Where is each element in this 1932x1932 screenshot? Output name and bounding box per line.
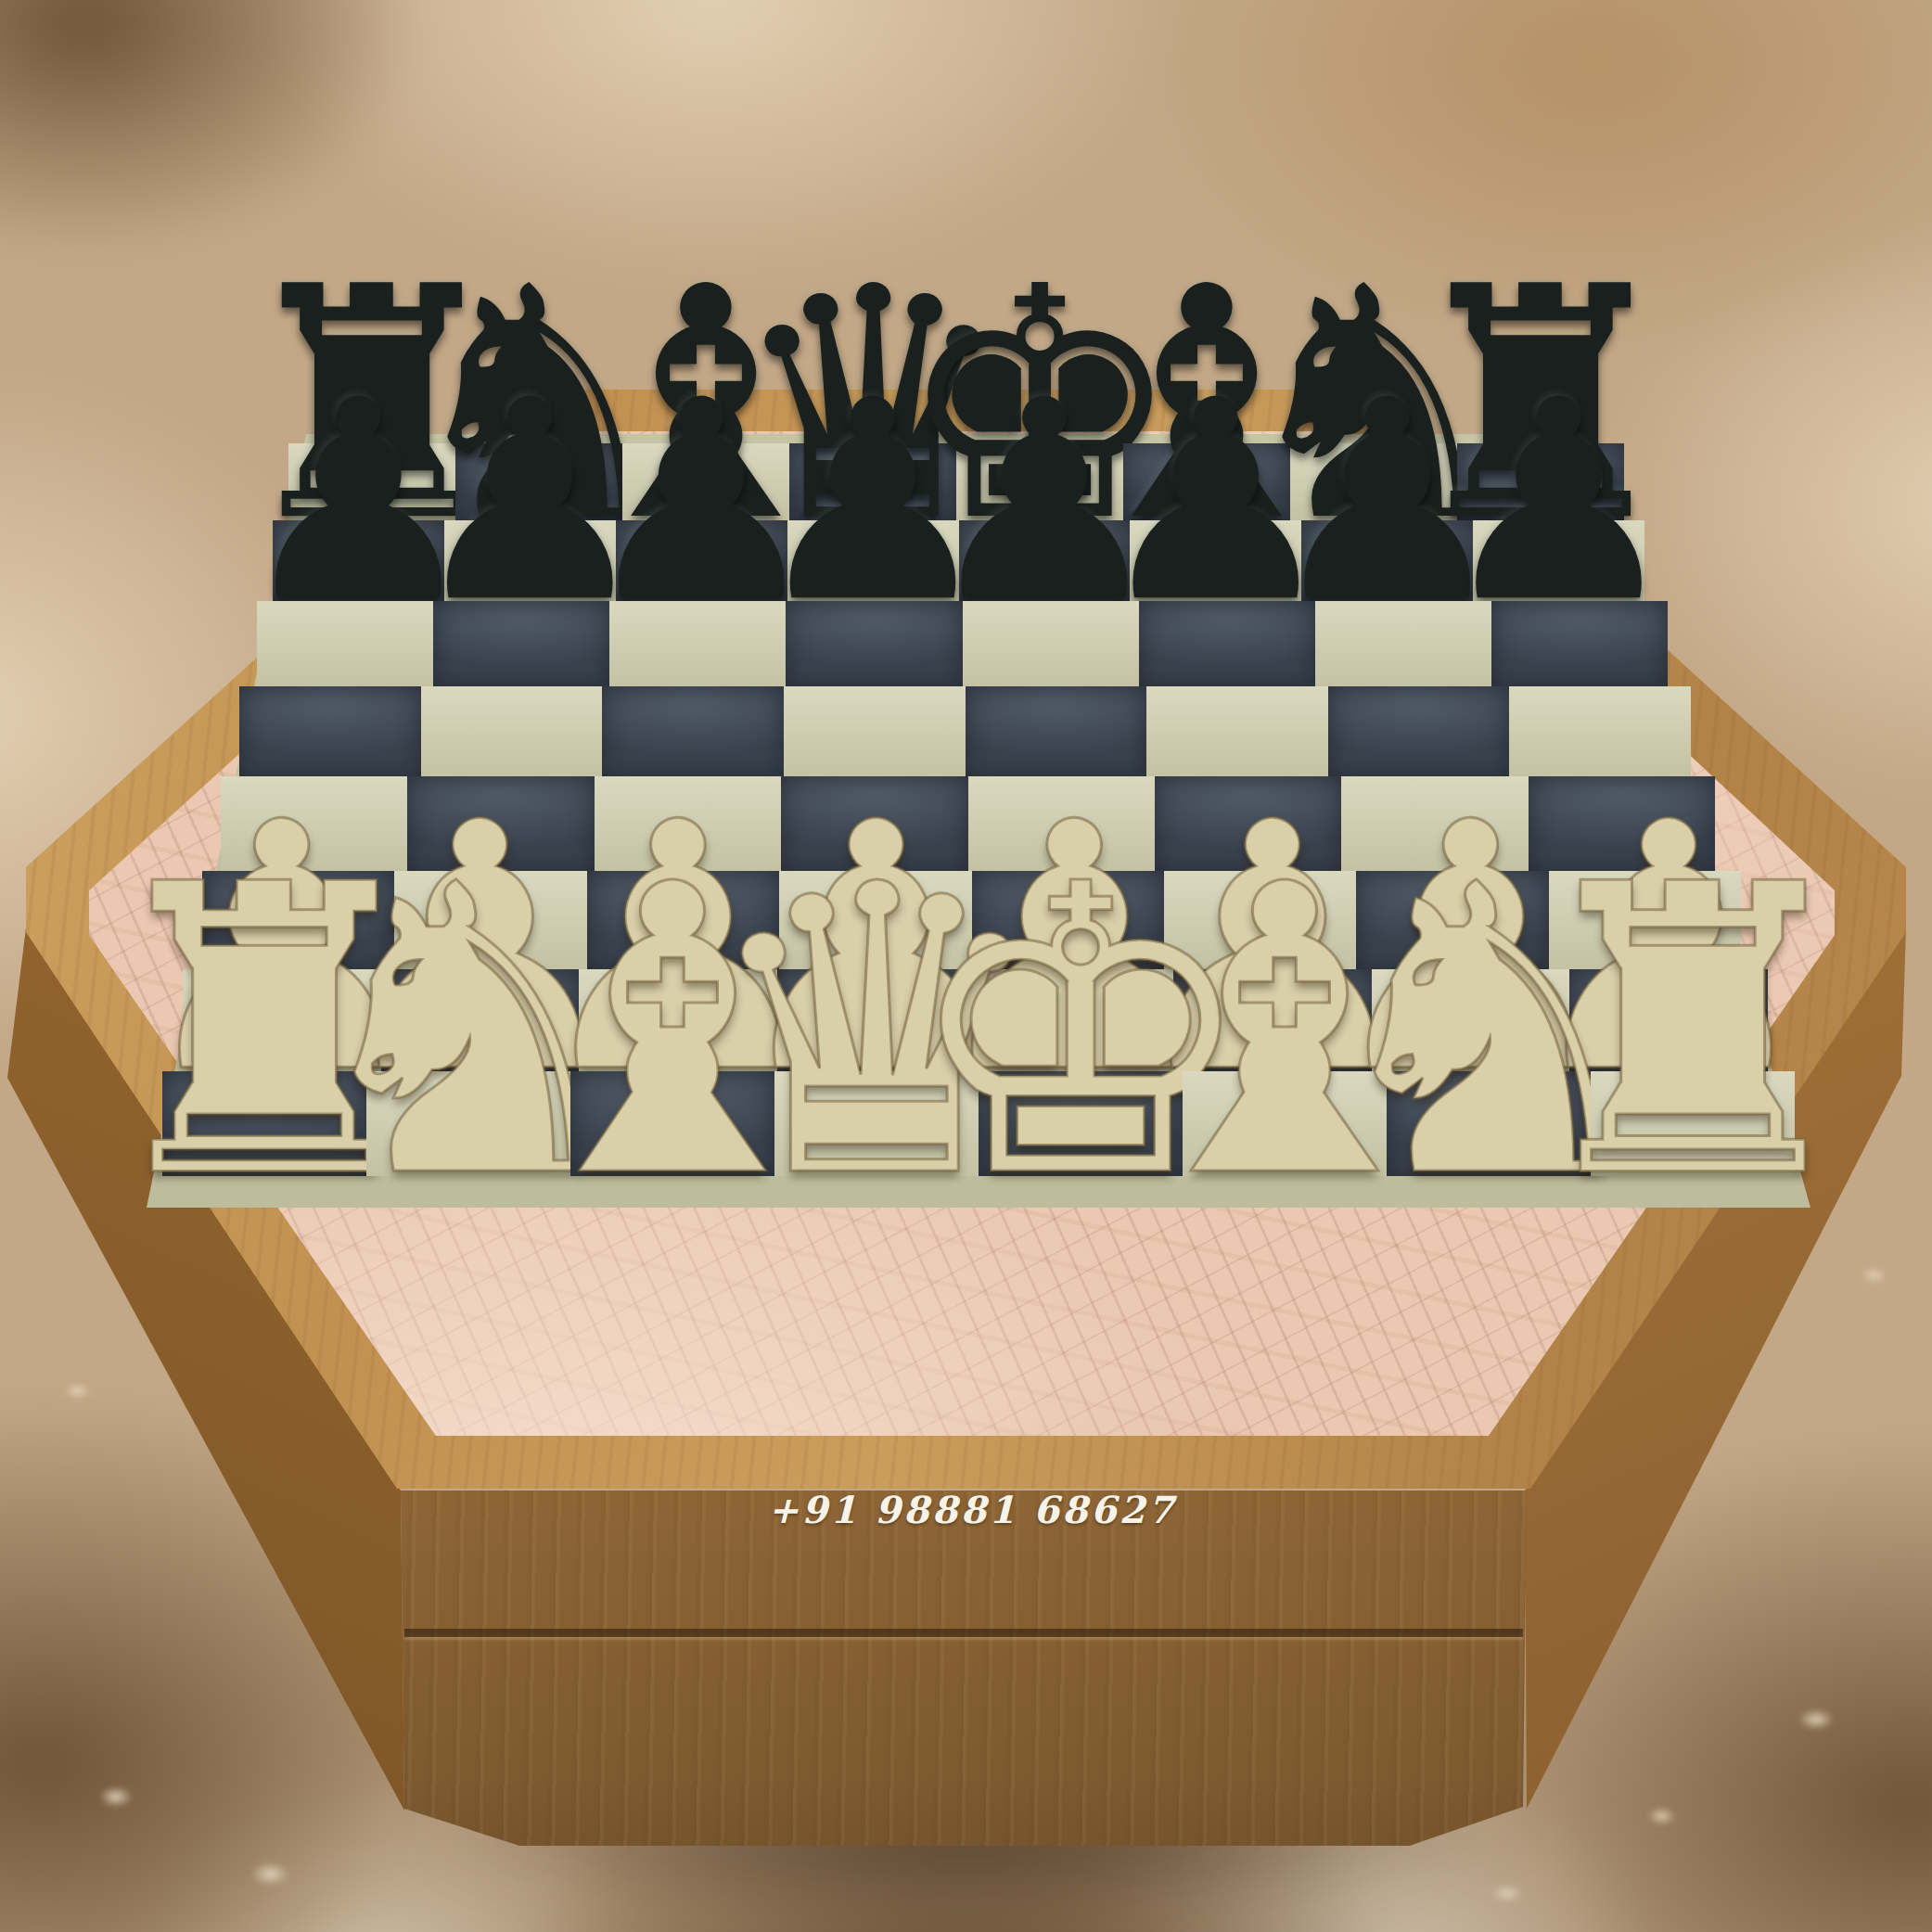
square-c8: ♝ (622, 443, 789, 520)
square-d5 (784, 686, 966, 776)
square-g8: ♞ (1290, 443, 1457, 520)
square-c7: ♟ (616, 520, 787, 601)
square-f3 (1164, 871, 1356, 969)
square-h6 (1491, 601, 1668, 686)
square-c5 (602, 686, 784, 776)
square-g2: ♟ (1372, 969, 1570, 1071)
square-b8: ♞ (455, 443, 622, 520)
square-h2: ♟ (1569, 969, 1768, 1071)
square-c4 (595, 776, 781, 871)
square-a3 (202, 871, 394, 969)
square-b5 (421, 686, 603, 776)
square-h8: ♜ (1457, 443, 1624, 520)
square-f6 (1139, 601, 1315, 686)
board-rank-2: ♟♟♟♟♟♟♟♟ (183, 969, 1768, 1071)
square-g5 (1328, 686, 1510, 776)
square-a8: ♜ (288, 443, 455, 520)
square-a5 (239, 686, 421, 776)
square-b7: ♟ (444, 520, 616, 601)
square-f5 (1146, 686, 1328, 776)
board-rank-5 (239, 686, 1691, 776)
square-g1: ♞ (1387, 1071, 1591, 1176)
board-rank-3 (202, 871, 1741, 969)
square-a4 (221, 776, 407, 871)
square-g3 (1356, 871, 1548, 969)
square-d8: ♛ (789, 443, 956, 520)
board-rank-4 (221, 776, 1715, 871)
square-c1: ♝ (570, 1071, 774, 1176)
square-f7: ♟ (1130, 520, 1301, 601)
square-d4 (781, 776, 967, 871)
square-e5 (966, 686, 1147, 776)
square-g7: ♟ (1301, 520, 1473, 601)
square-c2: ♟ (579, 969, 777, 1071)
square-f4 (1155, 776, 1341, 871)
square-b6 (433, 601, 609, 686)
chess-board: ♜♞♝♛♚♝♞♜♟♟♟♟♟♟♟♟♟♟♟♟♟♟♟♟♜♞♝♛♚♝♞♜ (0, 0, 1932, 1932)
square-d6 (786, 601, 962, 686)
square-d3 (779, 871, 971, 969)
square-d2: ♟ (777, 969, 976, 1071)
board-rank-8: ♜♞♝♛♚♝♞♜ (288, 443, 1624, 520)
square-c3 (587, 871, 779, 969)
square-a7: ♟ (273, 520, 444, 601)
square-h5 (1509, 686, 1691, 776)
square-h4 (1529, 776, 1715, 871)
square-g4 (1341, 776, 1528, 871)
square-c6 (609, 601, 786, 686)
square-g6 (1315, 601, 1491, 686)
square-a6 (257, 601, 433, 686)
square-f8: ♝ (1123, 443, 1290, 520)
square-a2: ♟ (183, 969, 381, 1071)
square-b2: ♟ (381, 969, 580, 1071)
board-rank-1: ♜♞♝♛♚♝♞♜ (162, 1071, 1795, 1176)
square-f2: ♟ (1173, 969, 1372, 1071)
square-e7: ♟ (959, 520, 1131, 601)
square-e1: ♚ (979, 1071, 1183, 1176)
board-rank-6 (257, 601, 1668, 686)
square-h3 (1549, 871, 1741, 969)
square-d7: ♟ (787, 520, 959, 601)
square-e3 (972, 871, 1164, 969)
square-e8: ♚ (956, 443, 1123, 520)
square-f1: ♝ (1183, 1071, 1387, 1176)
square-h7: ♟ (1473, 520, 1644, 601)
square-h1: ♜ (1591, 1071, 1795, 1176)
square-b1: ♞ (366, 1071, 570, 1176)
square-a1: ♜ (162, 1071, 366, 1176)
board-rank-7: ♟♟♟♟♟♟♟♟ (273, 520, 1644, 601)
square-b4 (407, 776, 594, 871)
square-e6 (963, 601, 1139, 686)
square-b3 (394, 871, 586, 969)
square-d1: ♛ (774, 1071, 979, 1176)
square-e2: ♟ (976, 969, 1174, 1071)
square-e4 (968, 776, 1155, 871)
